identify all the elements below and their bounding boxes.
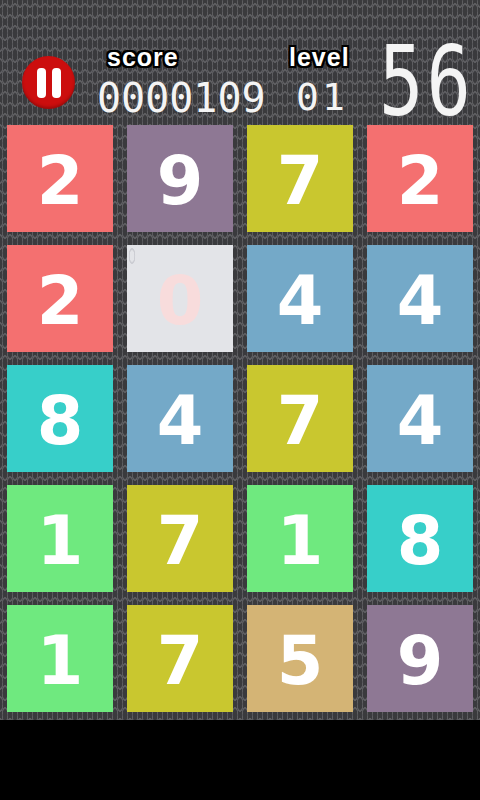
tile-r0c2[interactable]: 7 <box>247 125 353 232</box>
tile-r4c2[interactable]: 5 <box>247 605 353 712</box>
tile-value: 9 <box>157 142 204 220</box>
score-label: score <box>107 43 179 72</box>
timer-value: 56 <box>379 33 474 130</box>
pause-icon <box>22 56 75 109</box>
tile-value: 9 <box>397 622 444 700</box>
tile-value: 1 <box>277 502 324 580</box>
tile-r0c0[interactable]: 2 <box>7 125 113 232</box>
tile-value: 4 <box>397 382 444 460</box>
tile-r3c1[interactable]: 7 <box>127 485 233 592</box>
tile-value: 8 <box>397 502 444 580</box>
tile-r1c3[interactable]: 4 <box>367 245 473 352</box>
tile-r3c3[interactable]: 8 <box>367 485 473 592</box>
tile-value: 5 <box>277 622 324 700</box>
tile-value: 4 <box>277 262 324 340</box>
tile-value: 7 <box>277 142 324 220</box>
tile-r2c3[interactable]: 4 <box>367 365 473 472</box>
game-board: 29722044847417181759 <box>7 125 473 712</box>
tile-r3c0[interactable]: 1 <box>7 485 113 592</box>
tile-value: 7 <box>277 382 324 460</box>
tile-value: 7 <box>157 502 204 580</box>
header: score 0000109 level 01 56 <box>0 0 480 121</box>
level-value: 01 <box>296 78 348 116</box>
tile-r2c2[interactable]: 7 <box>247 365 353 472</box>
tile-value: 0 <box>157 262 204 340</box>
tile-value: 8 <box>37 382 84 460</box>
tile-value: 4 <box>157 382 204 460</box>
tile-r3c2[interactable]: 1 <box>247 485 353 592</box>
tile-r4c1[interactable]: 7 <box>127 605 233 712</box>
tile-r0c3[interactable]: 2 <box>367 125 473 232</box>
tile-value: 1 <box>37 622 84 700</box>
tile-value: 1 <box>37 502 84 580</box>
pause-button[interactable] <box>22 56 75 109</box>
tile-value: 2 <box>37 262 84 340</box>
score-value: 0000109 <box>97 78 266 118</box>
game-screen: score 0000109 level 01 56 29722044847417… <box>0 0 480 800</box>
tile-value: 7 <box>157 622 204 700</box>
tile-r1c1[interactable]: 0 <box>127 245 233 352</box>
tile-r1c2[interactable]: 4 <box>247 245 353 352</box>
tile-r4c3[interactable]: 9 <box>367 605 473 712</box>
tile-r0c1[interactable]: 9 <box>127 125 233 232</box>
tile-r2c0[interactable]: 8 <box>7 365 113 472</box>
tile-r4c0[interactable]: 1 <box>7 605 113 712</box>
level-label: level <box>289 43 350 72</box>
tile-r1c0[interactable]: 2 <box>7 245 113 352</box>
tile-value: 2 <box>397 142 444 220</box>
tile-r2c1[interactable]: 4 <box>127 365 233 472</box>
tile-value: 2 <box>37 142 84 220</box>
tile-value: 4 <box>397 262 444 340</box>
bottom-black-bar <box>0 720 480 800</box>
